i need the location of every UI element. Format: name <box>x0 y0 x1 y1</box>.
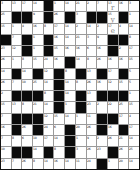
grid-cell-r6c3[interactable]: 8 <box>22 57 32 67</box>
grid-cell-r5c12[interactable]: 2 <box>119 46 129 56</box>
black-cell <box>44 12 54 22</box>
grid-cell-r14c13[interactable]: 25 <box>129 147 139 157</box>
grid-cell-r12c6[interactable]: 6 <box>54 125 64 135</box>
black-cell <box>33 114 43 124</box>
code-number: 23 <box>97 147 100 150</box>
grid-cell-r13c10[interactable]: 2 <box>97 136 107 146</box>
grid-cell-r15c4[interactable]: 8 <box>33 159 43 169</box>
grid-cell-r8c13[interactable]: 5 <box>129 80 139 90</box>
code-number: 3 <box>76 147 78 150</box>
black-cell <box>65 147 75 157</box>
grid-cell-r6c9[interactable]: 8 <box>87 57 97 67</box>
grid-cell-r10c13[interactable]: 15 <box>129 102 139 112</box>
grid-cell-r2c8[interactable]: 3 <box>76 12 86 22</box>
grid-cell-r11c1[interactable]: 7 <box>1 114 11 124</box>
code-number: 4 <box>22 24 24 27</box>
grid-cell-r4c7[interactable]: 14 <box>65 35 75 45</box>
code-number: 2 <box>87 1 89 4</box>
code-number: 5 <box>129 69 131 72</box>
grid-cell-r14c10[interactable]: 23 <box>97 147 107 157</box>
grid-cell-r15c1[interactable]: 23 <box>1 159 11 169</box>
grid-cell-r2c6[interactable]: 26 <box>54 12 64 22</box>
grid-cell-r10c9[interactable]: 23 <box>87 102 97 112</box>
code-number: 14 <box>65 114 68 117</box>
grid-cell-r12c8[interactable]: 20 <box>76 125 86 135</box>
grid-cell-r15c11[interactable]: 1 <box>108 159 118 169</box>
grid-cell-r15c7[interactable]: 14 <box>65 159 75 169</box>
code-number: 17 <box>44 136 47 139</box>
grid-cell-r15c5[interactable]: 14 <box>44 159 54 169</box>
grid-cell-r5c8[interactable]: 16 <box>76 46 86 56</box>
grid-cell-r12c5[interactable]: 24 <box>44 125 54 135</box>
grid-cell-r3c10[interactable]: 2 <box>97 24 107 34</box>
code-number: 8 <box>33 159 35 162</box>
grid-cell-r6c1[interactable]: 26 <box>1 57 11 67</box>
grid-cell-r6c10[interactable]: 26 <box>97 57 107 67</box>
grid-cell-r15c2[interactable]: 7 <box>12 159 22 169</box>
grid-cell-r8c2[interactable]: 7 <box>12 80 22 90</box>
code-number: 16 <box>54 57 57 60</box>
grid-cell-r1c13[interactable]: 3 <box>129 1 139 11</box>
grid-cell-r8c8[interactable]: 8 <box>76 80 86 90</box>
black-cell <box>65 136 75 146</box>
grid-cell-r5c4[interactable]: 1 <box>33 46 43 56</box>
code-number: 12 <box>44 69 47 72</box>
code-number: 21 <box>76 35 79 38</box>
code-number: 21 <box>119 136 122 139</box>
grid-cell-r1c2[interactable]: 13 <box>12 1 22 11</box>
code-number: 22 <box>108 102 111 105</box>
grid-cell-r6c5[interactable]: 24 <box>44 57 54 67</box>
grid-cell-r13c4[interactable]: 10 <box>33 136 43 146</box>
code-number: 13 <box>12 102 15 105</box>
code-number: 14 <box>76 57 79 60</box>
code-number: 8 <box>54 147 56 150</box>
code-number: 6 <box>87 46 89 49</box>
grid-cell-r1c6[interactable]: 1 <box>54 1 64 11</box>
given-letter: r <box>108 4 118 11</box>
grid-cell-r7c3[interactable]: 14 <box>22 69 32 79</box>
black-cell <box>22 91 32 101</box>
black-cell <box>108 147 118 157</box>
grid-cell-r3c13[interactable]: 14 <box>129 24 139 34</box>
code-number: 13 <box>12 1 15 4</box>
grid-cell-r15c6[interactable]: 16 <box>54 159 64 169</box>
grid-cell-r8c11[interactable]: 12 <box>108 80 118 90</box>
code-number: 14 <box>44 102 47 105</box>
grid-cell-r7c9[interactable]: 13 <box>87 69 97 79</box>
code-number: 3 <box>1 1 3 4</box>
grid-cell-r3c5[interactable]: 8 <box>44 24 54 34</box>
grid-cell-r5c7[interactable]: 16 <box>65 46 75 56</box>
given-letter: y <box>108 16 118 23</box>
grid-cell-r1c3[interactable]: 17 <box>22 1 32 11</box>
grid-cell-r4c13[interactable]: 8 <box>129 35 139 45</box>
code-number: 12 <box>12 46 15 49</box>
code-number: 26 <box>87 125 90 128</box>
grid-cell-r13c3[interactable]: 6 <box>22 136 32 146</box>
code-number: 25 <box>33 80 36 83</box>
code-number: 26 <box>22 125 25 128</box>
code-number: 25 <box>119 102 122 105</box>
black-cell <box>12 69 22 79</box>
grid-cell-r10c11[interactable]: 22 <box>108 102 118 112</box>
code-number: 14 <box>44 80 47 83</box>
black-cell <box>54 69 64 79</box>
code-number: 8 <box>44 24 46 27</box>
code-number: 14 <box>65 35 68 38</box>
black-cell <box>12 147 22 157</box>
code-number: 6 <box>54 125 56 128</box>
black-cell <box>44 46 54 56</box>
grid-cell-r4c2[interactable]: 7 <box>12 35 22 45</box>
grid-cell-r1c4[interactable]: 14 <box>33 1 43 11</box>
black-cell <box>108 91 118 101</box>
grid-cell-r3c2[interactable]: 1 <box>12 24 22 34</box>
code-number: 10 <box>33 136 36 139</box>
grid-cell-r8c12[interactable]: 15 <box>119 80 129 90</box>
black-cell <box>65 125 75 135</box>
grid-cell-r11c7[interactable]: 14 <box>65 114 75 124</box>
grid-cell-r3c12[interactable]: 4 <box>119 24 129 34</box>
grid-cell-r4c8[interactable]: 21 <box>76 35 86 45</box>
code-number: 16 <box>119 1 122 4</box>
grid-cell-r13c11[interactable]: 26 <box>108 136 118 146</box>
code-number: 8 <box>22 57 24 60</box>
black-cell <box>97 91 107 101</box>
code-number: 16 <box>108 57 111 60</box>
grid-cell-r15c3[interactable]: 26 <box>22 159 32 169</box>
code-number: 12 <box>44 114 47 117</box>
black-cell <box>22 46 32 56</box>
grid-cell-r1c9[interactable]: 2 <box>87 1 97 11</box>
grid-cell-r10c10[interactable]: 2 <box>97 102 107 112</box>
code-number: 1 <box>33 46 35 49</box>
code-number: 11 <box>87 114 90 117</box>
grid-cell-r11c12[interactable]: 17 <box>119 114 129 124</box>
black-cell <box>12 91 22 101</box>
grid-cell-r4c10[interactable]: 9 <box>97 35 107 45</box>
grid-cell-r12c13[interactable]: 17 <box>129 125 139 135</box>
code-number: 8 <box>87 57 89 60</box>
black-cell <box>76 102 86 112</box>
code-number: 26 <box>97 57 100 60</box>
code-number: 3 <box>76 12 78 15</box>
code-number: 7 <box>12 35 14 38</box>
grid-cell-r2c13[interactable]: 1 <box>129 12 139 22</box>
black-cell <box>119 12 129 22</box>
grid-cell-r14c1[interactable]: 10 <box>1 147 11 157</box>
grid-cell-r7c5[interactable]: 12 <box>44 69 54 79</box>
grid-cell-r12c9[interactable]: 26 <box>87 125 97 135</box>
grid-cell-r7c7[interactable]: 8 <box>65 69 75 79</box>
code-number: 7 <box>97 1 99 4</box>
code-number: 1 <box>12 57 14 60</box>
code-number: 7 <box>12 80 14 83</box>
grid-cell-r8c1[interactable]: 26 <box>1 80 11 90</box>
code-number: 16 <box>97 80 100 83</box>
grid-cell-r10c2[interactable]: 13 <box>12 102 22 112</box>
code-number: 16 <box>108 125 111 128</box>
black-cell <box>54 80 64 90</box>
code-number: 7 <box>1 114 3 117</box>
code-number: 1 <box>54 1 56 4</box>
grid-cell-r5c13[interactable]: 17 <box>129 46 139 56</box>
grid-cell-r3c7[interactable]: 14 <box>65 24 75 34</box>
code-number: 14 <box>65 91 68 94</box>
grid-cell-r7c11[interactable]: 17 <box>108 69 118 79</box>
grid-cell-r8c7[interactable]: 14 <box>65 80 75 90</box>
grid-cell-r10c5[interactable]: 14 <box>44 102 54 112</box>
code-number: 6 <box>22 136 24 139</box>
code-number: 26 <box>1 80 4 83</box>
grid-cell-r1c7[interactable]: 14 <box>65 1 75 11</box>
grid-cell-r3c4[interactable]: 16 <box>33 24 43 34</box>
code-number: 21 <box>76 1 79 4</box>
code-number: 2 <box>76 24 78 27</box>
grid-cell-r15c9[interactable]: 24 <box>87 159 97 169</box>
black-cell <box>33 69 43 79</box>
grid-cell-r8c5[interactable]: 14 <box>44 80 54 90</box>
grid-cell-r14c9[interactable]: 26 <box>87 147 97 157</box>
black-cell <box>22 12 32 22</box>
grid-cell-r11c13[interactable]: 4 <box>129 114 139 124</box>
black-cell <box>97 159 107 169</box>
code-number: 23 <box>1 159 4 162</box>
black-cell <box>119 91 129 101</box>
code-number: 24 <box>44 57 47 60</box>
black-cell <box>87 12 97 22</box>
code-number: 17 <box>54 24 57 27</box>
grid-cell-r9c13[interactable]: 1 <box>129 91 139 101</box>
grid-cell-r1c10[interactable]: 7 <box>97 1 107 11</box>
code-number: 1 <box>129 12 131 15</box>
code-number: 4 <box>119 24 121 27</box>
black-cell <box>76 91 86 101</box>
code-number: 26 <box>1 57 4 60</box>
black-cell <box>22 35 32 45</box>
grid-cell-r13c9[interactable]: 9 <box>87 136 97 146</box>
code-number: 13 <box>87 91 90 94</box>
grid-cell-r2c4[interactable]: 9 <box>33 12 43 22</box>
grid-cell-r6c4[interactable]: 15 <box>33 57 43 67</box>
grid-cell-r12c1[interactable]: 16 <box>1 125 11 135</box>
grid-cell-r14c8[interactable]: 3 <box>76 147 86 157</box>
grid-cell-r15c13[interactable]: 14 <box>129 159 139 169</box>
code-number: 1 <box>33 35 35 38</box>
grid-cell-r11c6[interactable]: 15 <box>54 114 64 124</box>
grid-cell-r3c9[interactable]: 14 <box>87 24 97 34</box>
code-number: 25 <box>129 147 132 150</box>
grid-cell-r13c8[interactable]: 1 <box>76 136 86 146</box>
code-number: 16 <box>65 46 68 49</box>
code-number: 17 <box>108 69 111 72</box>
code-number: 15 <box>1 24 4 27</box>
code-number: 26 <box>119 147 122 150</box>
code-number: 17 <box>22 1 25 4</box>
grid-cell-r11c9[interactable]: 11 <box>87 114 97 124</box>
grid-cell-r14c4[interactable]: 14 <box>33 147 43 157</box>
grid-cell-r10c1[interactable]: 15 <box>1 102 11 112</box>
grid-cell-r12c3[interactable]: 26 <box>22 125 32 135</box>
grid-cell-r10c3[interactable]: 8 <box>22 102 32 112</box>
grid-cell-r9c7[interactable]: 14 <box>65 91 75 101</box>
black-cell <box>76 69 86 79</box>
code-number: 15 <box>1 102 4 105</box>
code-number: 24 <box>44 125 47 128</box>
grid-cell-r4c6[interactable]: 16 <box>54 35 64 45</box>
grid-cell-r7c1[interactable]: 14 <box>1 69 11 79</box>
grid-cell-r8c10[interactable]: 16 <box>97 80 107 90</box>
code-number: 14 <box>65 24 68 27</box>
codeword-board: 3131714114212713r16325926315y11514168171… <box>0 0 140 170</box>
code-number: 2 <box>119 46 121 49</box>
black-cell <box>33 91 43 101</box>
code-number: 9 <box>33 12 35 15</box>
code-number: 8 <box>22 102 24 105</box>
code-number: 3 <box>87 35 89 38</box>
code-number: 23 <box>87 102 90 105</box>
black-cell <box>119 125 129 135</box>
grid-cell-r6c6[interactable]: 16 <box>54 57 64 67</box>
code-number: 15 <box>129 102 132 105</box>
code-number: 13 <box>87 69 90 72</box>
grid-cell-r10c7[interactable]: 1 <box>65 102 75 112</box>
black-cell <box>65 57 75 67</box>
code-number: 14 <box>1 69 4 72</box>
grid-cell-r1c1[interactable]: 3 <box>1 1 11 11</box>
code-number: 1 <box>76 136 78 139</box>
grid-cell-r11c8[interactable]: 1 <box>76 114 86 124</box>
grid-cell-r13c12[interactable]: 21 <box>119 136 129 146</box>
grid-cell-r10c4[interactable]: 21 <box>33 102 43 112</box>
black-cell <box>119 35 129 45</box>
grid-cell-r13c1[interactable]: 7 <box>1 136 11 146</box>
grid-cell-r6c2[interactable]: 1 <box>12 57 22 67</box>
code-number: 16 <box>1 125 4 128</box>
grid-cell-r10c12[interactable]: 25 <box>119 102 129 112</box>
grid-cell-r8c3[interactable]: 10 <box>22 80 32 90</box>
black-cell <box>97 12 107 22</box>
grid-cell-r15c12[interactable]: 20 <box>119 159 129 169</box>
code-number: 16 <box>119 57 122 60</box>
code-number: 8 <box>44 91 46 94</box>
black-cell <box>22 147 32 157</box>
grid-cell-r13c6[interactable]: 14 <box>54 136 64 146</box>
code-number: 1 <box>12 24 14 27</box>
code-number: 16 <box>97 46 100 49</box>
code-number: 15 <box>119 80 122 83</box>
grid-cell-r14c6[interactable]: 8 <box>54 147 64 157</box>
grid-cell-r13c2[interactable]: 8 <box>12 136 22 146</box>
grid-cell-r13c5[interactable]: 17 <box>44 136 54 146</box>
grid-cell-r4c9[interactable]: 3 <box>87 35 97 45</box>
black-cell <box>12 125 22 135</box>
grid-cell-r6c11[interactable]: 16 <box>108 57 118 67</box>
grid-cell-r9c5[interactable]: 8 <box>44 91 54 101</box>
code-number: 2 <box>1 91 3 94</box>
black-cell <box>108 46 118 56</box>
code-number: 14 <box>22 69 25 72</box>
code-number: 11 <box>76 159 79 162</box>
grid-cell-r9c1[interactable]: 2 <box>1 91 11 101</box>
black-cell <box>65 12 75 22</box>
black-cell <box>108 114 118 124</box>
code-number: 15 <box>54 114 57 117</box>
given-letter: e <box>108 27 118 34</box>
grid-cell-r11c5[interactable]: 12 <box>44 114 54 124</box>
grid-cell-r3c3[interactable]: 4 <box>22 24 32 34</box>
grid-cell-r5c2[interactable]: 12 <box>12 46 22 56</box>
code-number: 16 <box>54 35 57 38</box>
grid-cell-r2c11[interactable]: 15y <box>108 12 118 22</box>
grid-cell-r6c8[interactable]: 14 <box>76 57 86 67</box>
code-number: 15 <box>129 57 132 60</box>
grid-cell-r8c4[interactable]: 25 <box>33 80 43 90</box>
code-number: 17 <box>129 125 132 128</box>
grid-cell-r1c8[interactable]: 21 <box>76 1 86 11</box>
code-number: 24 <box>87 159 90 162</box>
grid-cell-r4c4[interactable]: 1 <box>33 35 43 45</box>
grid-cell-r3c8[interactable]: 2 <box>76 24 86 34</box>
grid-cell-r1c12[interactable]: 16 <box>119 1 129 11</box>
grid-cell-r5c9[interactable]: 6 <box>87 46 97 56</box>
grid-cell-r3c1[interactable]: 15 <box>1 24 11 34</box>
grid-cell-r6c13[interactable]: 15 <box>129 57 139 67</box>
grid-cell-r2c1[interactable]: 25 <box>1 12 11 22</box>
grid-cell-r1c11[interactable]: 13r <box>108 1 118 11</box>
code-number: 17 <box>129 46 132 49</box>
code-number: 8 <box>76 80 78 83</box>
code-number: 1 <box>76 114 78 117</box>
black-cell <box>1 35 11 45</box>
code-number: 17 <box>119 114 122 117</box>
code-number: 14 <box>33 147 36 150</box>
grid-cell-r9c9[interactable]: 13 <box>87 91 97 101</box>
grid-cell-r3c11[interactable]: 17e <box>108 24 118 34</box>
grid-cell-r5c10[interactable]: 16 <box>97 46 107 56</box>
black-cell <box>44 147 54 157</box>
code-number: 26 <box>54 12 57 15</box>
code-number: 14 <box>129 159 132 162</box>
code-number: 15 <box>33 57 36 60</box>
black-cell <box>108 35 118 45</box>
black-cell <box>22 114 32 124</box>
code-number: 14 <box>129 136 132 139</box>
code-number: 16 <box>33 24 36 27</box>
grid-cell-r6c12[interactable]: 16 <box>119 57 129 67</box>
grid-cell-r15c8[interactable]: 11 <box>76 159 86 169</box>
code-number: 14 <box>65 159 68 162</box>
grid-cell-r13c13[interactable]: 14 <box>129 136 139 146</box>
grid-cell-r14c12[interactable]: 26 <box>119 147 129 157</box>
code-number: 3 <box>129 1 131 4</box>
code-number: 4 <box>129 114 131 117</box>
code-number: 21 <box>33 102 36 105</box>
grid-cell-r8c9[interactable]: 26 <box>87 80 97 90</box>
grid-cell-r12c11[interactable]: 16 <box>108 125 118 135</box>
black-cell <box>33 125 43 135</box>
grid-cell-r3c6[interactable]: 17 <box>54 24 64 34</box>
black-cell <box>54 102 64 112</box>
code-number: 2 <box>97 24 99 27</box>
grid-cell-r7c13[interactable]: 5 <box>129 69 139 79</box>
code-number: 10 <box>22 80 25 83</box>
grid-cell-r5c6[interactable]: 15 <box>54 46 64 56</box>
code-number: 15 <box>54 46 57 49</box>
grid-cell-r5c1[interactable]: 23 <box>1 46 11 56</box>
code-number: 7 <box>12 159 14 162</box>
